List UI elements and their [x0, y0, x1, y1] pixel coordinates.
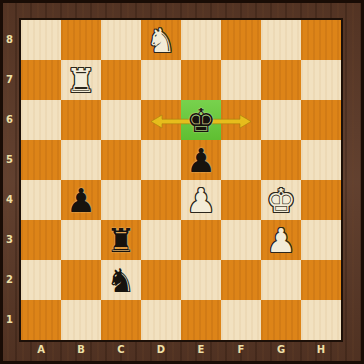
square-a8[interactable] — [21, 20, 61, 60]
square-f6[interactable] — [221, 100, 261, 140]
square-f7[interactable] — [221, 60, 261, 100]
piece-black-knight[interactable]: ♞ — [101, 260, 141, 300]
square-a2[interactable] — [21, 260, 61, 300]
square-b8[interactable] — [61, 20, 101, 60]
file-label-a: A — [21, 341, 61, 359]
board: ♞♜♚♟♟♟♚♜♟♞ — [21, 20, 341, 340]
square-b3[interactable] — [61, 220, 101, 260]
rank-label-7: 7 — [0, 60, 19, 100]
square-g3[interactable]: ♟ — [261, 220, 301, 260]
square-g4[interactable]: ♚ — [261, 180, 301, 220]
file-label-d: D — [141, 341, 181, 359]
square-d3[interactable] — [141, 220, 181, 260]
square-a5[interactable] — [21, 140, 61, 180]
square-e3[interactable] — [181, 220, 221, 260]
square-f1[interactable] — [221, 300, 261, 340]
rank-label-3: 3 — [0, 220, 19, 260]
square-h2[interactable] — [301, 260, 341, 300]
square-d5[interactable] — [141, 140, 181, 180]
chessboard-widget: ♞♜♚♟♟♟♚♜♟♞ 87654321 ABCDEFGH — [0, 0, 364, 364]
square-h1[interactable] — [301, 300, 341, 340]
square-d4[interactable] — [141, 180, 181, 220]
file-label-f: F — [221, 341, 261, 359]
square-g2[interactable] — [261, 260, 301, 300]
square-f2[interactable] — [221, 260, 261, 300]
square-b4[interactable]: ♟ — [61, 180, 101, 220]
file-label-c: C — [101, 341, 141, 359]
piece-black-pawn[interactable]: ♟ — [61, 180, 101, 220]
rank-label-8: 8 — [0, 20, 19, 60]
piece-white-king[interactable]: ♚ — [261, 180, 301, 220]
square-g5[interactable] — [261, 140, 301, 180]
square-d1[interactable] — [141, 300, 181, 340]
square-e1[interactable] — [181, 300, 221, 340]
piece-black-rook[interactable]: ♜ — [101, 220, 141, 260]
square-e8[interactable] — [181, 20, 221, 60]
square-a1[interactable] — [21, 300, 61, 340]
square-f5[interactable] — [221, 140, 261, 180]
square-e5[interactable]: ♟ — [181, 140, 221, 180]
square-e7[interactable] — [181, 60, 221, 100]
square-c8[interactable] — [101, 20, 141, 60]
square-b5[interactable] — [61, 140, 101, 180]
piece-black-pawn[interactable]: ♟ — [181, 140, 221, 180]
piece-white-knight[interactable]: ♞ — [141, 20, 181, 60]
rank-label-1: 1 — [0, 300, 19, 340]
square-d2[interactable] — [141, 260, 181, 300]
file-label-b: B — [61, 341, 101, 359]
square-f3[interactable] — [221, 220, 261, 260]
square-f4[interactable] — [221, 180, 261, 220]
square-g6[interactable] — [261, 100, 301, 140]
square-c6[interactable] — [101, 100, 141, 140]
rank-label-4: 4 — [0, 180, 19, 220]
square-f8[interactable] — [221, 20, 261, 60]
rank-label-2: 2 — [0, 260, 19, 300]
rank-label-6: 6 — [0, 100, 19, 140]
square-a7[interactable] — [21, 60, 61, 100]
square-a6[interactable] — [21, 100, 61, 140]
square-a4[interactable] — [21, 180, 61, 220]
square-c5[interactable] — [101, 140, 141, 180]
piece-black-king[interactable]: ♚ — [181, 100, 221, 140]
square-e2[interactable] — [181, 260, 221, 300]
square-d7[interactable] — [141, 60, 181, 100]
square-c7[interactable] — [101, 60, 141, 100]
square-g7[interactable] — [261, 60, 301, 100]
square-e6[interactable]: ♚ — [181, 100, 221, 140]
square-h7[interactable] — [301, 60, 341, 100]
square-g1[interactable] — [261, 300, 301, 340]
square-c3[interactable]: ♜ — [101, 220, 141, 260]
file-label-g: G — [261, 341, 301, 359]
piece-white-pawn[interactable]: ♟ — [181, 180, 221, 220]
square-h4[interactable] — [301, 180, 341, 220]
file-label-e: E — [181, 341, 221, 359]
square-c1[interactable] — [101, 300, 141, 340]
square-a3[interactable] — [21, 220, 61, 260]
square-b2[interactable] — [61, 260, 101, 300]
square-c4[interactable] — [101, 180, 141, 220]
square-c2[interactable]: ♞ — [101, 260, 141, 300]
square-g8[interactable] — [261, 20, 301, 60]
square-d8[interactable]: ♞ — [141, 20, 181, 60]
piece-white-rook[interactable]: ♜ — [61, 60, 101, 100]
rank-label-5: 5 — [0, 140, 19, 180]
file-label-h: H — [301, 341, 341, 359]
square-h5[interactable] — [301, 140, 341, 180]
square-d6[interactable] — [141, 100, 181, 140]
square-h6[interactable] — [301, 100, 341, 140]
square-e4[interactable]: ♟ — [181, 180, 221, 220]
square-b7[interactable]: ♜ — [61, 60, 101, 100]
square-b6[interactable] — [61, 100, 101, 140]
square-b1[interactable] — [61, 300, 101, 340]
square-h8[interactable] — [301, 20, 341, 60]
piece-white-pawn[interactable]: ♟ — [261, 220, 301, 260]
square-h3[interactable] — [301, 220, 341, 260]
